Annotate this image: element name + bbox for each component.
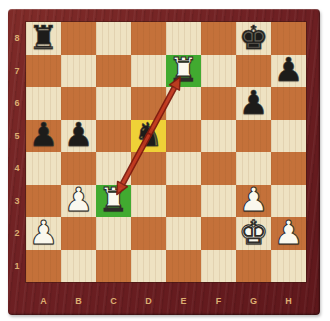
square-g2[interactable]: ♚ xyxy=(236,217,271,250)
square-f8[interactable] xyxy=(201,22,236,55)
piece-white-pawn-g3[interactable]: ♟ xyxy=(239,183,269,216)
piece-black-pawn-h7[interactable]: ♟ xyxy=(274,53,304,86)
square-c7[interactable] xyxy=(96,55,131,88)
rank-label-8: 8 xyxy=(8,22,26,55)
square-a7[interactable] xyxy=(26,55,61,88)
square-f4[interactable] xyxy=(201,152,236,185)
square-d1[interactable] xyxy=(131,250,166,283)
square-e6[interactable] xyxy=(166,87,201,120)
piece-white-pawn-a2[interactable]: ♟ xyxy=(29,216,59,249)
square-e3[interactable] xyxy=(166,185,201,218)
piece-black-king-g8[interactable]: ♚ xyxy=(239,21,269,54)
piece-black-knight-d5[interactable]: ♞ xyxy=(134,118,164,151)
rank-label-4: 4 xyxy=(8,152,26,185)
square-e5[interactable] xyxy=(166,120,201,153)
board[interactable]: ♜♚♜♟♟♟♟♞♟♜♟♟♚♟ xyxy=(26,22,306,282)
square-c6[interactable] xyxy=(96,87,131,120)
square-f1[interactable] xyxy=(201,250,236,283)
square-d2[interactable] xyxy=(131,217,166,250)
file-label-d: D xyxy=(131,292,166,309)
square-h2[interactable]: ♟ xyxy=(271,217,306,250)
square-e7[interactable]: ♜ xyxy=(166,55,201,88)
square-b8[interactable] xyxy=(61,22,96,55)
file-labels: ABCDEFGH xyxy=(26,292,306,309)
square-c1[interactable] xyxy=(96,250,131,283)
piece-black-rook-a8[interactable]: ♜ xyxy=(29,21,59,54)
square-d7[interactable] xyxy=(131,55,166,88)
square-f7[interactable] xyxy=(201,55,236,88)
file-label-h: H xyxy=(271,292,306,309)
square-a8[interactable]: ♜ xyxy=(26,22,61,55)
piece-black-pawn-g6[interactable]: ♟ xyxy=(239,86,269,119)
square-e4[interactable] xyxy=(166,152,201,185)
piece-white-king-g2[interactable]: ♚ xyxy=(239,216,269,249)
square-h5[interactable] xyxy=(271,120,306,153)
square-c8[interactable] xyxy=(96,22,131,55)
file-label-f: F xyxy=(201,292,236,309)
rank-label-5: 5 xyxy=(8,120,26,153)
file-label-b: B xyxy=(61,292,96,309)
square-b2[interactable] xyxy=(61,217,96,250)
file-label-a: A xyxy=(26,292,61,309)
square-g5[interactable] xyxy=(236,120,271,153)
square-a5[interactable]: ♟ xyxy=(26,120,61,153)
piece-white-pawn-b3[interactable]: ♟ xyxy=(64,183,94,216)
piece-white-rook-e7[interactable]: ♜ xyxy=(169,53,199,86)
square-f2[interactable] xyxy=(201,217,236,250)
square-d8[interactable] xyxy=(131,22,166,55)
square-c2[interactable] xyxy=(96,217,131,250)
square-b3[interactable]: ♟ xyxy=(61,185,96,218)
piece-black-pawn-a5[interactable]: ♟ xyxy=(29,118,59,151)
rank-label-1: 1 xyxy=(8,250,26,283)
rank-label-6: 6 xyxy=(8,87,26,120)
square-f3[interactable] xyxy=(201,185,236,218)
square-e2[interactable] xyxy=(166,217,201,250)
square-d5[interactable]: ♞ xyxy=(131,120,166,153)
rank-labels: 87654321 xyxy=(8,22,26,282)
square-d3[interactable] xyxy=(131,185,166,218)
square-h4[interactable] xyxy=(271,152,306,185)
square-h7[interactable]: ♟ xyxy=(271,55,306,88)
square-a1[interactable] xyxy=(26,250,61,283)
square-g6[interactable]: ♟ xyxy=(236,87,271,120)
square-a2[interactable]: ♟ xyxy=(26,217,61,250)
square-h6[interactable] xyxy=(271,87,306,120)
square-b7[interactable] xyxy=(61,55,96,88)
piece-black-pawn-b5[interactable]: ♟ xyxy=(64,118,94,151)
square-e1[interactable] xyxy=(166,250,201,283)
file-label-e: E xyxy=(166,292,201,309)
rank-label-7: 7 xyxy=(8,55,26,88)
square-g1[interactable] xyxy=(236,250,271,283)
square-b5[interactable]: ♟ xyxy=(61,120,96,153)
piece-white-pawn-h2[interactable]: ♟ xyxy=(274,216,304,249)
square-d4[interactable] xyxy=(131,152,166,185)
file-label-g: G xyxy=(236,292,271,309)
square-a4[interactable] xyxy=(26,152,61,185)
square-f5[interactable] xyxy=(201,120,236,153)
square-c5[interactable] xyxy=(96,120,131,153)
chess-diagram: 87654321 ♜♚♜♟♟♟♟♞♟♜♟♟♚♟ ABCDEFGH xyxy=(0,0,330,321)
piece-white-rook-c3[interactable]: ♜ xyxy=(99,183,129,216)
rank-label-3: 3 xyxy=(8,185,26,218)
square-b1[interactable] xyxy=(61,250,96,283)
square-f6[interactable] xyxy=(201,87,236,120)
file-label-c: C xyxy=(96,292,131,309)
square-c3[interactable]: ♜ xyxy=(96,185,131,218)
square-g8[interactable]: ♚ xyxy=(236,22,271,55)
rank-label-2: 2 xyxy=(8,217,26,250)
square-h1[interactable] xyxy=(271,250,306,283)
